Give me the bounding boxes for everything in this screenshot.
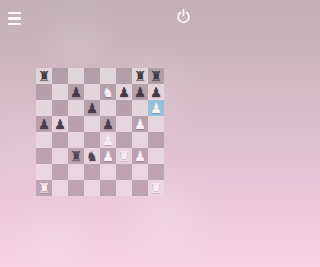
top-bar — [0, 0, 200, 34]
black-pawn[interactable]: ♟ — [118, 84, 130, 100]
square-b2[interactable] — [52, 164, 68, 180]
white-pawn[interactable]: ♟ — [150, 100, 162, 116]
black-pawn[interactable]: ♟ — [70, 84, 82, 100]
square-e1[interactable] — [100, 180, 116, 196]
square-c7[interactable]: ♟ — [68, 84, 84, 100]
square-g5[interactable]: ♟ — [132, 116, 148, 132]
square-b7[interactable] — [52, 84, 68, 100]
square-h5[interactable] — [148, 116, 164, 132]
square-a1[interactable]: ♜ — [36, 180, 52, 196]
white-rook[interactable]: ♜ — [38, 180, 50, 196]
square-b8[interactable] — [52, 68, 68, 84]
black-pawn[interactable]: ♟ — [134, 84, 146, 100]
square-h8[interactable]: ♜ — [148, 68, 164, 84]
square-d6[interactable]: ♟ — [84, 100, 100, 116]
black-knight[interactable]: ♞ — [86, 148, 98, 164]
square-b1[interactable] — [52, 180, 68, 196]
white-pawn[interactable]: ♟ — [134, 148, 146, 164]
white-pawn[interactable]: ♟ — [134, 116, 146, 132]
square-a5[interactable]: ♟ — [36, 116, 52, 132]
square-a8[interactable]: ♜ — [36, 68, 52, 84]
black-rook[interactable]: ♜ — [70, 148, 82, 164]
square-d3[interactable]: ♞ — [84, 148, 100, 164]
square-g2[interactable] — [132, 164, 148, 180]
square-b6[interactable] — [52, 100, 68, 116]
square-d1[interactable] — [84, 180, 100, 196]
black-pawn[interactable]: ♟ — [150, 84, 162, 100]
square-d4[interactable] — [84, 132, 100, 148]
square-c5[interactable] — [68, 116, 84, 132]
square-c1[interactable] — [68, 180, 84, 196]
black-rook[interactable]: ♜ — [134, 68, 146, 84]
square-g4[interactable] — [132, 132, 148, 148]
square-c6[interactable] — [68, 100, 84, 116]
black-pawn[interactable]: ♟ — [86, 100, 98, 116]
square-g8[interactable]: ♜ — [132, 68, 148, 84]
square-b4[interactable] — [52, 132, 68, 148]
chess-board: ♜♜♜♟♞♟♟♟♟♟♟♟♟♟♟♜♞♟♜♟♜♜ — [36, 68, 164, 196]
square-h4[interactable] — [148, 132, 164, 148]
square-e3[interactable]: ♟ — [100, 148, 116, 164]
square-e5[interactable]: ♟ — [100, 116, 116, 132]
square-a4[interactable] — [36, 132, 52, 148]
white-rook[interactable]: ♜ — [118, 148, 130, 164]
square-f2[interactable] — [116, 164, 132, 180]
square-e2[interactable] — [100, 164, 116, 180]
square-e8[interactable] — [100, 68, 116, 84]
square-d7[interactable] — [84, 84, 100, 100]
square-a3[interactable] — [36, 148, 52, 164]
power-button[interactable] — [175, 8, 192, 25]
square-h6[interactable]: ♟ — [148, 100, 164, 116]
square-a7[interactable] — [36, 84, 52, 100]
black-pawn[interactable]: ♟ — [54, 116, 66, 132]
square-f3[interactable]: ♜ — [116, 148, 132, 164]
power-icon — [175, 8, 192, 25]
square-d8[interactable] — [84, 68, 100, 84]
square-b5[interactable]: ♟ — [52, 116, 68, 132]
square-g3[interactable]: ♟ — [132, 148, 148, 164]
square-e6[interactable] — [100, 100, 116, 116]
white-knight[interactable]: ♞ — [102, 84, 114, 100]
square-g1[interactable] — [132, 180, 148, 196]
black-rook[interactable]: ♜ — [38, 68, 50, 84]
square-d5[interactable] — [84, 116, 100, 132]
black-pawn[interactable]: ♟ — [38, 116, 50, 132]
square-e4[interactable]: ♟ — [100, 132, 116, 148]
square-c3[interactable]: ♜ — [68, 148, 84, 164]
black-rook[interactable]: ♜ — [150, 68, 162, 84]
square-a2[interactable] — [36, 164, 52, 180]
square-h2[interactable] — [148, 164, 164, 180]
square-a6[interactable] — [36, 100, 52, 116]
square-d2[interactable] — [84, 164, 100, 180]
menu-button[interactable] — [8, 12, 23, 25]
square-f6[interactable] — [116, 100, 132, 116]
square-c2[interactable] — [68, 164, 84, 180]
square-f5[interactable] — [116, 116, 132, 132]
white-pawn[interactable]: ♟ — [102, 148, 114, 164]
square-c8[interactable] — [68, 68, 84, 84]
black-pawn[interactable]: ♟ — [102, 116, 114, 132]
square-h1[interactable]: ♜ — [148, 180, 164, 196]
white-rook[interactable]: ♜ — [150, 180, 162, 196]
square-c4[interactable] — [68, 132, 84, 148]
square-e7[interactable]: ♞ — [100, 84, 116, 100]
square-f1[interactable] — [116, 180, 132, 196]
square-h7[interactable]: ♟ — [148, 84, 164, 100]
square-f8[interactable] — [116, 68, 132, 84]
square-h3[interactable] — [148, 148, 164, 164]
square-g6[interactable] — [132, 100, 148, 116]
square-f7[interactable]: ♟ — [116, 84, 132, 100]
white-pawn[interactable]: ♟ — [102, 132, 114, 148]
square-f4[interactable] — [116, 132, 132, 148]
square-g7[interactable]: ♟ — [132, 84, 148, 100]
hamburger-icon — [8, 12, 21, 14]
square-b3[interactable] — [52, 148, 68, 164]
